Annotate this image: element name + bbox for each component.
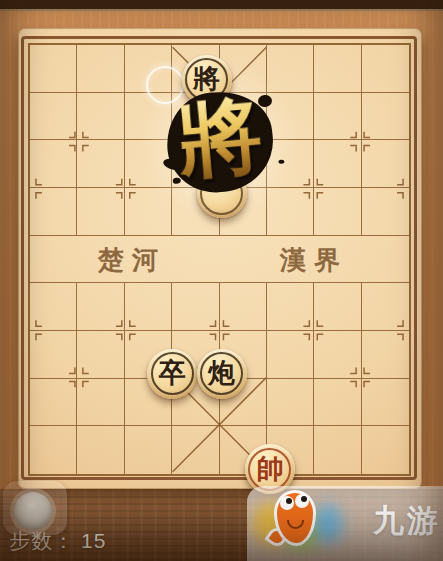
- jiuyou-brand-text: 九游: [373, 500, 441, 542]
- piece-black-cannon[interactable]: 炮: [197, 349, 247, 399]
- mascot-pupil: [286, 498, 292, 504]
- step-counter: 步数：15: [9, 527, 106, 555]
- steps-value: 15: [81, 529, 106, 552]
- mascot-eye-icon: [295, 494, 309, 508]
- steps-label: 步数：: [9, 529, 75, 552]
- piece-character: 炮: [197, 349, 247, 399]
- jiuyou-mascot-icon: [277, 493, 313, 543]
- mascot-pupil: [301, 496, 307, 502]
- xiangqi-board: 楚河 漢界 將卒炮帥 將: [18, 28, 422, 489]
- check-banner-character: 將: [174, 93, 265, 184]
- mascot-eye-icon: [280, 496, 294, 510]
- top-wood-strip: [0, 0, 443, 11]
- xiangqi-game-screen: 楚河 漢界 將卒炮帥 將 步数：15 九游: [0, 0, 443, 561]
- blurred-logo-blob: [313, 504, 343, 544]
- board-grid[interactable]: 楚河 漢界 將卒炮帥 將: [28, 43, 411, 476]
- jiuyou-watermark: 九游: [247, 486, 443, 561]
- piece-character: 卒: [147, 349, 197, 399]
- piece-black-soldier[interactable]: 卒: [147, 349, 197, 399]
- avatar-placeholder-icon: [14, 492, 52, 530]
